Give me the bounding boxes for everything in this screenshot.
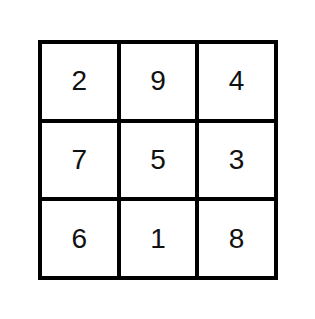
magic-square-board: 2 9 4 7 5 3 6 1 8 xyxy=(38,40,278,280)
grid-cell-r2c2: 8 xyxy=(199,201,274,276)
page: 2 9 4 7 5 3 6 1 8 xyxy=(0,0,315,319)
grid-cell-r2c1: 1 xyxy=(121,201,196,276)
grid-cell-r0c1: 9 xyxy=(121,44,196,119)
grid-cell-r2c0: 6 xyxy=(42,201,117,276)
grid-cell-r1c2: 3 xyxy=(199,123,274,198)
grid-cell-r1c1: 5 xyxy=(121,123,196,198)
grid-cell-r0c0: 2 xyxy=(42,44,117,119)
grid-cell-r0c2: 4 xyxy=(199,44,274,119)
grid-cell-r1c0: 7 xyxy=(42,123,117,198)
